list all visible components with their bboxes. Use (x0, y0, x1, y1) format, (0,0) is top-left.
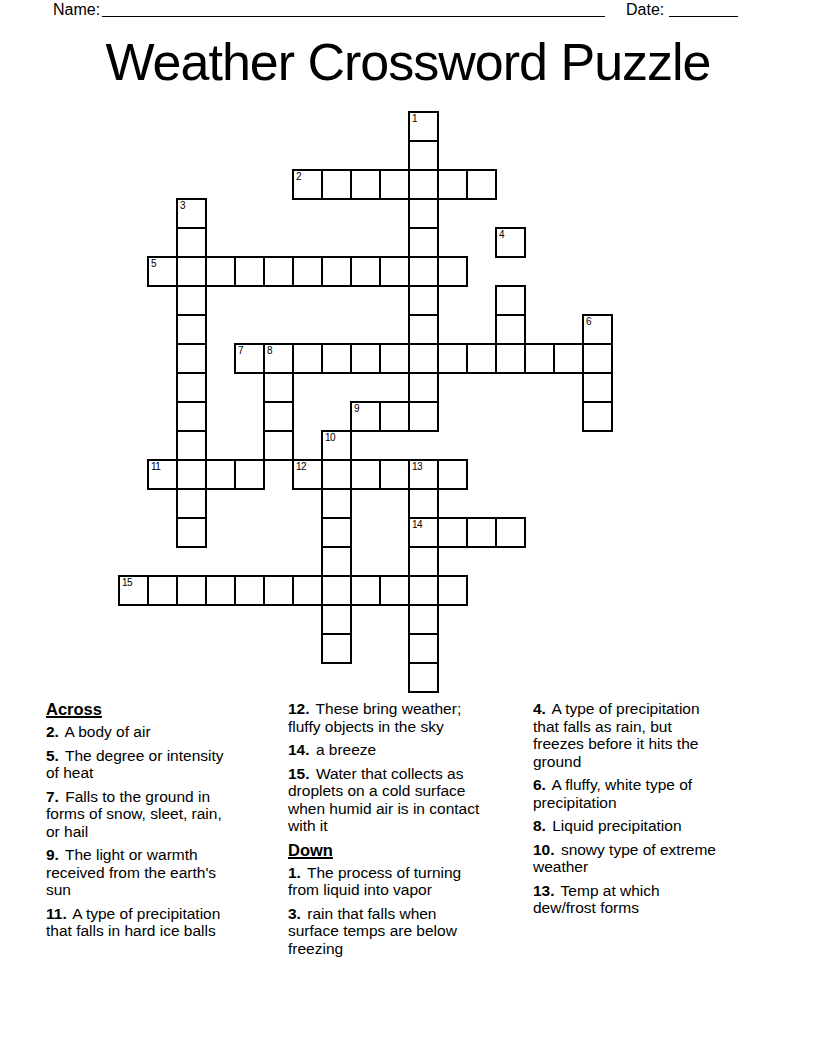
grid-cell-r12c3[interactable] (205, 459, 236, 490)
grid-cell-r1c10[interactable] (408, 140, 439, 171)
clue-column-1: Across2. A body of air5. The degree or i… (46, 700, 282, 946)
clue-text: A type of precipitation that falls in ha… (46, 905, 220, 940)
clue-number-2: 2 (296, 171, 301, 182)
clue-num: 3. (288, 905, 301, 922)
grid-cell-r5c11[interactable] (437, 256, 468, 287)
grid-cell-r12c7[interactable] (321, 459, 352, 490)
grid-cell-r8c9[interactable] (379, 343, 410, 374)
grid-cell-r16c11[interactable] (437, 575, 468, 606)
clue-num: 11. (46, 905, 67, 922)
grid-cell-r8c13[interactable] (495, 343, 526, 374)
clue-num: 10. (533, 841, 555, 858)
grid-cell-r10c2[interactable] (176, 401, 207, 432)
clue-4: 4. A type of precipitation that falls as… (533, 700, 771, 770)
grid-cell-r18c10[interactable] (408, 633, 439, 664)
grid-cell-r8c7[interactable] (321, 343, 352, 374)
clue-3: 3. rain that falls when surface temps ar… (288, 905, 530, 958)
grid-cell-r5c9[interactable] (379, 256, 410, 287)
grid-cell-r2c7[interactable] (321, 169, 352, 200)
clue-12: 12. These bring weather; fluffy objects … (288, 700, 530, 735)
grid-cell-r15c7[interactable] (321, 546, 352, 577)
clue-number-15: 15 (122, 577, 132, 588)
clue-7: 7. Falls to the ground in forms of snow,… (46, 788, 282, 841)
clues-section: Across2. A body of air5. The degree or i… (0, 700, 816, 1000)
grid-cell-r2c6[interactable]: 2 (292, 169, 323, 200)
grid-cell-r14c2[interactable] (176, 517, 207, 548)
clue-column-3: 4. A type of precipitation that falls as… (533, 700, 771, 923)
grid-cell-r14c10[interactable]: 14 (408, 517, 439, 548)
grid-cell-r8c15[interactable] (553, 343, 584, 374)
grid-cell-r6c2[interactable] (176, 285, 207, 316)
grid-cell-r8c8[interactable] (350, 343, 381, 374)
grid-cell-r16c4[interactable] (234, 575, 265, 606)
clue-text: A fluffy, white type of precipitation (533, 776, 692, 811)
grid-cell-r8c10[interactable] (408, 343, 439, 374)
page-title: Weather Crossword Puzzle (0, 33, 816, 93)
grid-cell-r8c6[interactable] (292, 343, 323, 374)
grid-cell-r8c11[interactable] (437, 343, 468, 374)
grid-cell-r13c7[interactable] (321, 488, 352, 519)
grid-cell-r5c6[interactable] (292, 256, 323, 287)
clue-text: The light or warmth received from the ea… (46, 846, 216, 898)
grid-cell-r14c13[interactable] (495, 517, 526, 548)
clue-number-6: 6 (586, 316, 591, 327)
grid-cell-r4c10[interactable] (408, 227, 439, 258)
clue-num: 13. (533, 882, 555, 899)
grid-cell-r12c10[interactable]: 13 (408, 459, 439, 490)
grid-cell-r16c5[interactable] (263, 575, 294, 606)
clue-number-4: 4 (499, 229, 504, 240)
grid-cell-r6c10[interactable] (408, 285, 439, 316)
clue-text: a breeze (316, 741, 376, 758)
clue-num: 15. (288, 765, 310, 782)
grid-cell-r2c12[interactable] (466, 169, 497, 200)
grid-cell-r2c11[interactable] (437, 169, 468, 200)
clue-num: 6. (533, 776, 546, 793)
grid-cell-r12c4[interactable] (234, 459, 265, 490)
clue-num: 7. (46, 788, 59, 805)
grid-cell-r16c2[interactable] (176, 575, 207, 606)
clue-num: 1. (288, 864, 301, 881)
grid-cell-r14c11[interactable] (437, 517, 468, 548)
grid-cell-r9c10[interactable] (408, 372, 439, 403)
clue-number-14: 14 (412, 519, 422, 530)
grid-cell-r12c8[interactable] (350, 459, 381, 490)
grid-cell-r5c5[interactable] (263, 256, 294, 287)
grid-cell-r16c9[interactable] (379, 575, 410, 606)
clue-number-5: 5 (151, 258, 156, 269)
grid-cell-r5c2[interactable] (176, 256, 207, 287)
clue-number-10: 10 (325, 432, 335, 443)
grid-cell-r9c5[interactable] (263, 372, 294, 403)
clue-2: 2. A body of air (46, 723, 282, 741)
grid-cell-r8c12[interactable] (466, 343, 497, 374)
clue-1: 1. The process of turning from liquid in… (288, 864, 530, 899)
grid-cell-r2c8[interactable] (350, 169, 381, 200)
grid-cell-r11c7[interactable]: 10 (321, 430, 352, 461)
grid-cell-r18c7[interactable] (321, 633, 352, 664)
grid-cell-r4c2[interactable] (176, 227, 207, 258)
clue-number-13: 13 (412, 461, 422, 472)
grid-cell-r12c11[interactable] (437, 459, 468, 490)
clue-text: A type of precipitation that falls as ra… (533, 700, 700, 770)
grid-cell-r12c9[interactable] (379, 459, 410, 490)
clue-num: 2. (46, 723, 59, 740)
clue-10: 10. snowy type of extreme weather (533, 841, 771, 876)
grid-cell-r8c4[interactable]: 7 (234, 343, 265, 374)
grid-cell-r17c7[interactable] (321, 604, 352, 635)
grid-cell-r5c1[interactable]: 5 (147, 256, 178, 287)
grid-cell-r11c5[interactable] (263, 430, 294, 461)
clue-text: Water that collects as droplets on a col… (288, 765, 479, 835)
grid-cell-r7c13[interactable] (495, 314, 526, 345)
grid-cell-r3c10[interactable] (408, 198, 439, 229)
grid-cell-r5c7[interactable] (321, 256, 352, 287)
grid-cell-r7c16[interactable]: 6 (582, 314, 613, 345)
clue-number-1: 1 (412, 113, 417, 124)
grid-cell-r7c2[interactable] (176, 314, 207, 345)
grid-cell-r16c1[interactable] (147, 575, 178, 606)
clue-number-7: 7 (238, 345, 243, 356)
grid-cell-r5c8[interactable] (350, 256, 381, 287)
grid-cell-r19c10[interactable] (408, 662, 439, 693)
grid-cell-r9c2[interactable] (176, 372, 207, 403)
name-blank-line (102, 0, 605, 17)
grid-cell-r13c10[interactable] (408, 488, 439, 519)
grid-cell-r6c13[interactable] (495, 285, 526, 316)
clue-num: 9. (46, 846, 59, 863)
grid-cell-r9c16[interactable] (582, 372, 613, 403)
grid-cell-r16c8[interactable] (350, 575, 381, 606)
grid-cell-r15c10[interactable] (408, 546, 439, 577)
grid-cell-r8c5[interactable]: 8 (263, 343, 294, 374)
clue-number-9: 9 (354, 403, 359, 414)
grid-cell-r16c7[interactable] (321, 575, 352, 606)
clue-num: 12. (288, 700, 310, 717)
grid-cell-r5c3[interactable] (205, 256, 236, 287)
clue-column-2: 12. These bring weather; fluffy objects … (288, 700, 530, 963)
grid-cell-r10c5[interactable] (263, 401, 294, 432)
clue-text: The degree or intensity of heat (46, 747, 224, 782)
clue-number-8: 8 (267, 345, 272, 356)
grid-cell-r12c6[interactable]: 12 (292, 459, 323, 490)
grid-cell-r10c16[interactable] (582, 401, 613, 432)
grid-cell-r8c16[interactable] (582, 343, 613, 374)
clue-14: 14. a breeze (288, 741, 530, 759)
grid-cell-r5c4[interactable] (234, 256, 265, 287)
grid-cell-r16c10[interactable] (408, 575, 439, 606)
down-heading: Down (288, 841, 530, 859)
grid-cell-r8c14[interactable] (524, 343, 555, 374)
date-label: Date: (626, 1, 664, 19)
clue-num: 5. (46, 747, 59, 764)
grid-cell-r12c1[interactable]: 11 (147, 459, 178, 490)
grid-cell-r10c9[interactable] (379, 401, 410, 432)
clue-15: 15. Water that collects as droplets on a… (288, 765, 530, 835)
grid-cell-r0c10[interactable]: 1 (408, 111, 439, 142)
grid-cell-r14c12[interactable] (466, 517, 497, 548)
clue-9: 9. The light or warmth received from the… (46, 846, 282, 899)
grid-cell-r16c3[interactable] (205, 575, 236, 606)
clue-number-12: 12 (296, 461, 306, 472)
clue-text: rain that falls when surface temps are b… (288, 905, 457, 957)
clue-text: A body of air (64, 723, 150, 740)
grid-cell-r14c7[interactable] (321, 517, 352, 548)
clue-text: Liquid precipitation (552, 817, 681, 834)
clue-6: 6. A fluffy, white type of precipitation (533, 776, 771, 811)
clue-text: snowy type of extreme weather (533, 841, 716, 876)
across-heading: Across (46, 700, 282, 718)
grid-cell-r2c10[interactable] (408, 169, 439, 200)
clue-5: 5. The degree or intensity of heat (46, 747, 282, 782)
clue-num: 4. (533, 700, 546, 717)
grid-cell-r7c10[interactable] (408, 314, 439, 345)
date-blank-line (669, 0, 738, 17)
clue-num: 14. (288, 741, 310, 758)
grid-cell-r10c10[interactable] (408, 401, 439, 432)
grid-cell-r11c2[interactable] (176, 430, 207, 461)
grid-cell-r17c10[interactable] (408, 604, 439, 635)
grid-cell-r10c8[interactable]: 9 (350, 401, 381, 432)
grid-cell-r3c2[interactable]: 3 (176, 198, 207, 229)
grid-cell-r16c6[interactable] (292, 575, 323, 606)
grid-cell-r2c9[interactable] (379, 169, 410, 200)
grid-cell-r8c2[interactable] (176, 343, 207, 374)
clue-text: Falls to the ground in forms of snow, sl… (46, 788, 222, 840)
clue-text: These bring weather; fluffy objects in t… (288, 700, 461, 735)
clue-number-11: 11 (151, 461, 160, 472)
clue-8: 8. Liquid precipitation (533, 817, 771, 835)
grid-cell-r4c13[interactable]: 4 (495, 227, 526, 258)
grid-cell-r13c2[interactable] (176, 488, 207, 519)
clue-number-3: 3 (180, 200, 185, 211)
clue-13: 13. Temp at which dew/frost forms (533, 882, 771, 917)
clue-num: 8. (533, 817, 546, 834)
grid-cell-r16c0[interactable]: 15 (118, 575, 149, 606)
grid-cell-r5c10[interactable] (408, 256, 439, 287)
clue-11: 11. A type of precipitation that falls i… (46, 905, 282, 940)
grid-cell-r12c2[interactable] (176, 459, 207, 490)
name-label: Name: (53, 1, 100, 19)
crossword-grid: 123456789101112131415 (118, 111, 613, 693)
clue-text: The process of turning from liquid into … (288, 864, 461, 899)
